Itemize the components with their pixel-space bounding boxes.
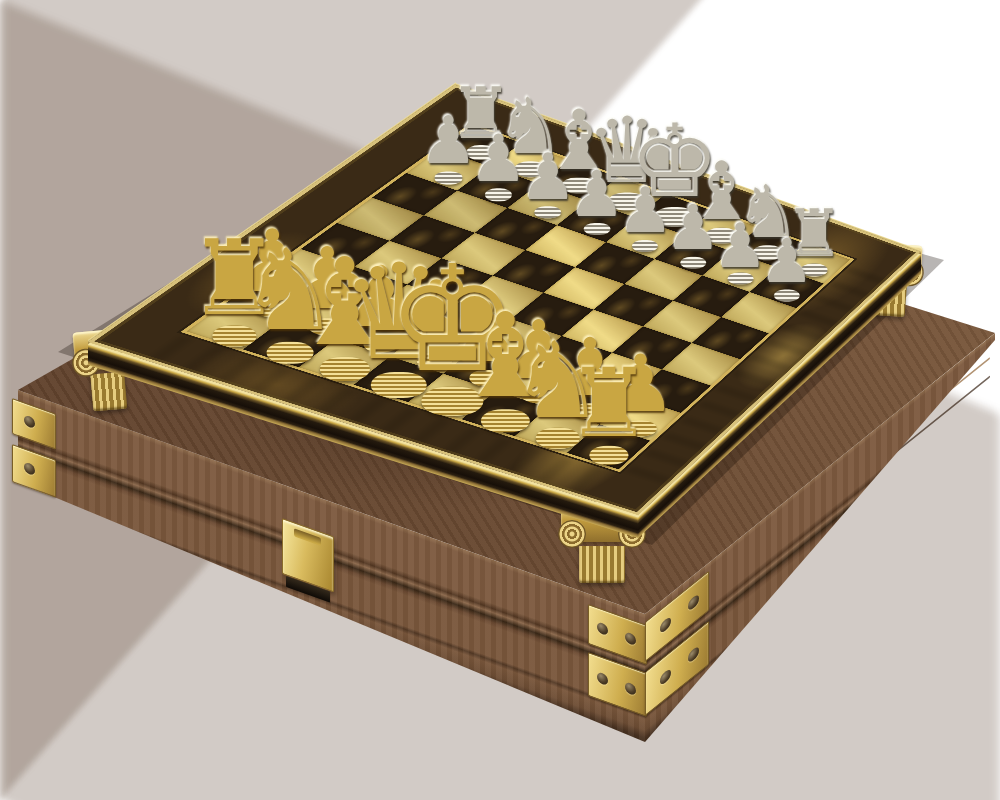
fluted-shaft xyxy=(579,546,625,584)
rivet xyxy=(24,414,35,429)
rivet xyxy=(597,621,608,636)
rivet xyxy=(625,631,636,646)
clasp-notch xyxy=(294,528,321,546)
fluted-shaft xyxy=(90,371,128,411)
rivet xyxy=(625,681,636,696)
rivet xyxy=(24,461,35,476)
volute-scroll-icon xyxy=(558,520,586,548)
rivet xyxy=(660,667,671,687)
rivet xyxy=(688,593,699,613)
rivet xyxy=(597,671,608,686)
chess-set-photo: ♜♞♟♝♟♛♟♚♟♝♟♞♟♜♟♟♟♟♜♟♞♟♝♟♛♟♚♟♝♟♞♜ xyxy=(0,0,1000,800)
rivet xyxy=(660,615,671,635)
rivet xyxy=(688,645,699,665)
